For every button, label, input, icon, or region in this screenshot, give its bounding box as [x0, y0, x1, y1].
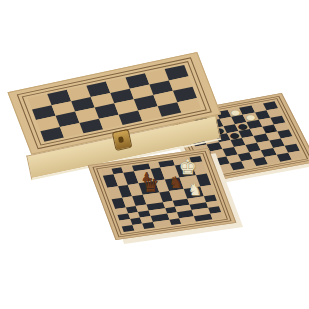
product-photo: ●●●●●●●● ♟♚♛♞♞	[0, 0, 309, 309]
chess-piece-dark-knight: ♞	[169, 175, 183, 191]
chess-piece-dark-queen: ♛	[142, 176, 159, 195]
square: ♞	[183, 187, 204, 199]
brass-clasp-icon	[112, 129, 133, 151]
square	[193, 213, 213, 221]
square	[177, 98, 201, 113]
square	[211, 212, 223, 219]
square: ♞	[165, 178, 183, 191]
square: ♛	[138, 181, 159, 195]
square	[288, 150, 303, 159]
square	[152, 219, 171, 227]
chess-grid: ♟♚♛♞♞	[101, 156, 223, 232]
chess-piece-white-knight: ♞	[188, 182, 202, 198]
